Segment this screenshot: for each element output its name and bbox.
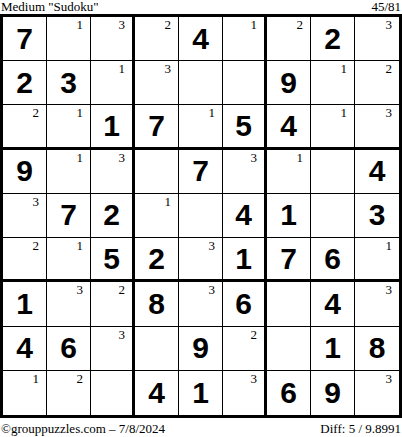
pencil-mark: 2 xyxy=(77,372,84,385)
cell-r2c1[interactable]: 2 xyxy=(3,61,47,105)
given-digit: 2 xyxy=(324,24,341,54)
cell-r6c8[interactable]: 6 xyxy=(311,238,355,282)
cell-r9c4[interactable]: 4 xyxy=(135,371,179,415)
cell-r6c9[interactable]: 1 xyxy=(355,238,399,282)
given-digit: 5 xyxy=(103,244,120,274)
given-digit: 6 xyxy=(280,378,297,408)
pencil-mark: 1 xyxy=(386,239,393,252)
pencil-mark: 3 xyxy=(251,151,258,164)
given-digit: 9 xyxy=(280,68,297,98)
pencil-mark: 1 xyxy=(297,151,304,164)
cell-r6c7[interactable]: 7 xyxy=(267,238,311,282)
cell-r4c3[interactable]: 3 xyxy=(91,150,135,194)
pencil-mark: 1 xyxy=(251,18,258,31)
given-digit: 3 xyxy=(369,200,386,230)
cell-r3c1[interactable]: 2 xyxy=(3,105,47,149)
cell-r5c5[interactable] xyxy=(179,194,223,238)
cell-r9c2[interactable]: 2 xyxy=(47,371,91,415)
cell-r6c1[interactable]: 2 xyxy=(3,238,47,282)
given-digit: 4 xyxy=(16,333,33,363)
given-digit: 4 xyxy=(148,378,165,408)
cell-r7c1[interactable]: 1 xyxy=(3,282,47,326)
cell-r2c7[interactable]: 9 xyxy=(267,61,311,105)
given-digit: 2 xyxy=(148,244,165,274)
pencil-mark: 3 xyxy=(386,18,393,31)
cell-r2c4[interactable]: 3 xyxy=(135,61,179,105)
cell-r3c8[interactable]: 1 xyxy=(311,105,355,149)
cell-r1c6[interactable]: 1 xyxy=(223,17,267,61)
cell-r5c7[interactable]: 1 xyxy=(267,194,311,238)
cell-r3c3[interactable]: 1 xyxy=(91,105,135,149)
pencil-mark: 3 xyxy=(251,372,258,385)
given-digit: 1 xyxy=(235,244,252,274)
cell-r7c3[interactable]: 2 xyxy=(91,282,135,326)
given-digit: 6 xyxy=(324,244,341,274)
cell-r7c7[interactable] xyxy=(267,282,311,326)
cell-r5c6[interactable]: 4 xyxy=(223,194,267,238)
cell-r4c1[interactable]: 9 xyxy=(3,150,47,194)
cell-r7c8[interactable]: 4 xyxy=(311,282,355,326)
pencil-mark: 1 xyxy=(341,106,348,119)
given-digit: 1 xyxy=(280,200,297,230)
cell-r5c2[interactable]: 7 xyxy=(47,194,91,238)
cell-r1c8[interactable]: 2 xyxy=(311,17,355,61)
cell-r9c6[interactable]: 3 xyxy=(223,371,267,415)
cell-r6c2[interactable]: 1 xyxy=(47,238,91,282)
pencil-mark: 1 xyxy=(77,18,84,31)
given-digit: 4 xyxy=(280,111,297,141)
copyright-date-text: ©grouppuzzles.com – 7/8/2024 xyxy=(1,422,165,436)
cell-r8c2[interactable]: 6 xyxy=(47,327,91,371)
given-digit: 3 xyxy=(60,68,77,98)
cell-r1c1[interactable]: 7 xyxy=(3,17,47,61)
cell-r4c9[interactable]: 4 xyxy=(355,150,399,194)
cell-r9c7[interactable]: 6 xyxy=(267,371,311,415)
pencil-mark: 2 xyxy=(119,283,126,296)
pencil-mark: 3 xyxy=(33,195,40,208)
cell-r5c3[interactable]: 2 xyxy=(91,194,135,238)
cell-r1c2[interactable]: 1 xyxy=(47,17,91,61)
cell-r3c6[interactable]: 5 xyxy=(223,105,267,149)
cell-r2c8[interactable]: 1 xyxy=(311,61,355,105)
cell-r9c8[interactable]: 9 xyxy=(311,371,355,415)
given-digit: 7 xyxy=(16,24,33,54)
pencil-mark: 3 xyxy=(209,239,216,252)
pencil-mark: 1 xyxy=(165,195,172,208)
pencil-mark: 2 xyxy=(165,18,172,31)
pencil-mark: 1 xyxy=(341,62,348,75)
cell-r8c7[interactable] xyxy=(267,327,311,371)
cell-r4c8[interactable] xyxy=(311,150,355,194)
cell-r8c4[interactable] xyxy=(135,327,179,371)
pencil-mark: 1 xyxy=(77,239,84,252)
cell-r1c3[interactable]: 3 xyxy=(91,17,135,61)
pencil-mark: 3 xyxy=(209,283,216,296)
difficulty-text: Diff: 5 / 9.8991 xyxy=(320,422,401,436)
pencil-mark: 1 xyxy=(209,106,216,119)
cell-r6c3[interactable]: 5 xyxy=(91,238,135,282)
cell-r4c5[interactable]: 7 xyxy=(179,150,223,194)
cell-r1c4[interactable]: 2 xyxy=(135,17,179,61)
pencil-mark: 2 xyxy=(33,239,40,252)
cell-r3c9[interactable]: 3 xyxy=(355,105,399,149)
cell-r8c6[interactable]: 2 xyxy=(223,327,267,371)
cell-r7c9[interactable]: 3 xyxy=(355,282,399,326)
page-header: Medium "Sudoku" 45/81 xyxy=(0,0,402,14)
cell-r8c8[interactable]: 1 xyxy=(311,327,355,371)
cell-r8c9[interactable]: 8 xyxy=(355,327,399,371)
pencil-mark: 3 xyxy=(386,372,393,385)
pencil-mark: 1 xyxy=(119,62,126,75)
given-digit: 2 xyxy=(103,200,120,230)
given-digit: 1 xyxy=(103,111,120,141)
given-digit: 2 xyxy=(16,68,33,98)
cell-r1c7[interactable]: 2 xyxy=(267,17,311,61)
cell-r9c3[interactable] xyxy=(91,371,135,415)
cell-r9c1[interactable]: 1 xyxy=(3,371,47,415)
sudoku-board: 7132412232313912211715413913731437214132… xyxy=(0,14,402,418)
pencil-mark: 1 xyxy=(77,106,84,119)
pencil-mark: 1 xyxy=(77,151,84,164)
given-digit: 6 xyxy=(235,289,252,319)
cell-r2c5[interactable] xyxy=(179,61,223,105)
progress-counter: 45/81 xyxy=(371,0,401,13)
cell-r2c6[interactable] xyxy=(223,61,267,105)
page-footer: ©grouppuzzles.com – 7/8/2024 Diff: 5 / 9… xyxy=(0,421,402,437)
cell-r4c2[interactable]: 1 xyxy=(47,150,91,194)
cell-r7c5[interactable]: 3 xyxy=(179,282,223,326)
given-digit: 4 xyxy=(192,24,209,54)
cell-r2c9[interactable]: 2 xyxy=(355,61,399,105)
given-digit: 1 xyxy=(16,289,33,319)
given-digit: 4 xyxy=(369,156,386,186)
pencil-mark: 2 xyxy=(33,106,40,119)
given-digit: 7 xyxy=(60,200,77,230)
cell-r6c6[interactable]: 1 xyxy=(223,238,267,282)
given-digit: 5 xyxy=(235,111,252,141)
cell-r4c4[interactable] xyxy=(135,150,179,194)
cell-r8c3[interactable]: 3 xyxy=(91,327,135,371)
pencil-mark: 2 xyxy=(386,62,393,75)
given-digit: 9 xyxy=(324,378,341,408)
cell-r3c7[interactable]: 4 xyxy=(267,105,311,149)
cell-r2c3[interactable]: 1 xyxy=(91,61,135,105)
cell-r5c1[interactable]: 3 xyxy=(3,194,47,238)
given-digit: 7 xyxy=(280,244,297,274)
cell-r1c9[interactable]: 3 xyxy=(355,17,399,61)
cell-r4c7[interactable]: 1 xyxy=(267,150,311,194)
given-digit: 9 xyxy=(192,333,209,363)
cell-r7c6[interactable]: 6 xyxy=(223,282,267,326)
given-digit: 4 xyxy=(235,200,252,230)
pencil-mark: 3 xyxy=(165,62,172,75)
pencil-mark: 3 xyxy=(119,18,126,31)
given-digit: 9 xyxy=(16,156,33,186)
cell-r6c5[interactable]: 3 xyxy=(179,238,223,282)
pencil-mark: 1 xyxy=(33,372,40,385)
given-digit: 7 xyxy=(192,156,209,186)
cell-r3c5[interactable]: 1 xyxy=(179,105,223,149)
cell-r5c9[interactable]: 3 xyxy=(355,194,399,238)
page-title: Medium "Sudoku" xyxy=(1,0,99,13)
given-digit: 1 xyxy=(192,378,209,408)
pencil-mark: 3 xyxy=(119,151,126,164)
pencil-mark: 2 xyxy=(297,18,304,31)
cell-r3c2[interactable]: 1 xyxy=(47,105,91,149)
pencil-mark: 3 xyxy=(386,106,393,119)
given-digit: 8 xyxy=(148,289,165,319)
cell-r1c5[interactable]: 4 xyxy=(179,17,223,61)
cell-r8c5[interactable]: 9 xyxy=(179,327,223,371)
pencil-mark: 3 xyxy=(119,328,126,341)
sudoku-page: Medium "Sudoku" 45/81 713241223231391221… xyxy=(0,0,402,437)
cell-r2c2[interactable]: 3 xyxy=(47,61,91,105)
cell-r9c5[interactable]: 1 xyxy=(179,371,223,415)
cell-r7c4[interactable]: 8 xyxy=(135,282,179,326)
cell-r6c4[interactable]: 2 xyxy=(135,238,179,282)
given-digit: 6 xyxy=(60,333,77,363)
cell-r8c1[interactable]: 4 xyxy=(3,327,47,371)
given-digit: 8 xyxy=(369,333,386,363)
cell-r4c6[interactable]: 3 xyxy=(223,150,267,194)
given-digit: 7 xyxy=(148,111,165,141)
cell-r7c2[interactable]: 3 xyxy=(47,282,91,326)
given-digit: 4 xyxy=(324,289,341,319)
cell-r9c9[interactable]: 3 xyxy=(355,371,399,415)
cell-r3c4[interactable]: 7 xyxy=(135,105,179,149)
cell-r5c8[interactable] xyxy=(311,194,355,238)
cell-r5c4[interactable]: 1 xyxy=(135,194,179,238)
pencil-mark: 2 xyxy=(251,328,258,341)
pencil-mark: 3 xyxy=(77,283,84,296)
given-digit: 1 xyxy=(324,333,341,363)
pencil-mark: 3 xyxy=(386,283,393,296)
